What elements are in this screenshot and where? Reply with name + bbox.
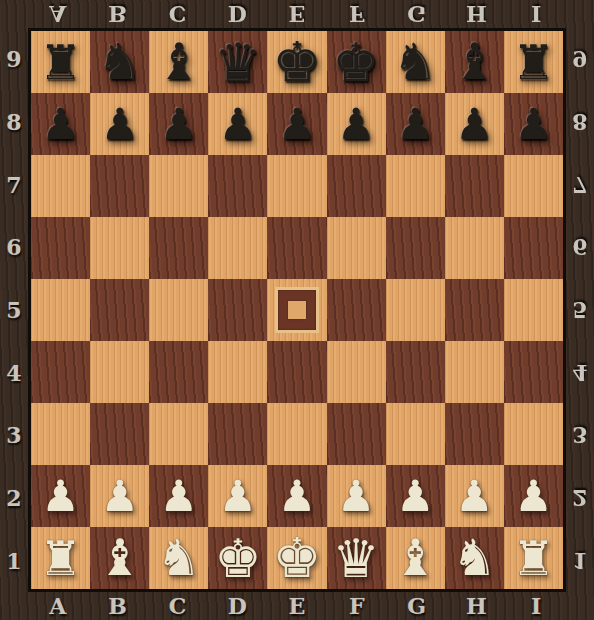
rank-label-right-3: 3 — [572, 424, 587, 446]
square-c3[interactable] — [149, 403, 208, 465]
rank-label-right-5: 5 — [572, 299, 587, 321]
file-label-top-i: I — [531, 3, 541, 25]
file-label-bottom-f: F — [349, 595, 365, 617]
square-i2[interactable]: ♟ — [504, 465, 563, 527]
black-knight-g9[interactable]: ♞ — [393, 37, 438, 87]
square-e4[interactable] — [267, 341, 326, 403]
black-pawn-i8[interactable]: ♟ — [514, 103, 553, 146]
rank-label-right-9: 9 — [572, 48, 587, 70]
file-label-top-c: C — [169, 3, 187, 25]
black-rook-i9[interactable]: ♜ — [512, 38, 555, 86]
black-queen-d9[interactable]: ♛ — [214, 36, 262, 89]
white-knight-c1[interactable]: ♞ — [156, 533, 201, 583]
square-e7[interactable] — [267, 155, 326, 217]
file-label-bottom-a: A — [49, 595, 66, 617]
black-king-e9[interactable]: ♚ — [272, 35, 321, 90]
white-king-e1[interactable]: ♚ — [272, 531, 321, 586]
square-a6[interactable] — [31, 217, 90, 279]
square-d7[interactable] — [208, 155, 267, 217]
white-pawn-h2[interactable]: ♟ — [455, 475, 494, 518]
square-a1[interactable]: ♜ — [31, 527, 90, 589]
square-d4[interactable] — [208, 341, 267, 403]
rank-label-right-2: 2 — [572, 487, 587, 509]
rank-label-left-6: 6 — [6, 236, 21, 258]
white-pawn-b2[interactable]: ♟ — [100, 475, 139, 518]
square-e1[interactable]: ♚ — [267, 527, 326, 589]
black-pawn-b8[interactable]: ♟ — [100, 103, 139, 146]
square-a8[interactable]: ♟ — [31, 93, 90, 155]
white-pawn-g2[interactable]: ♟ — [396, 475, 435, 518]
rank-label-left-7: 7 — [6, 174, 21, 196]
file-label-bottom-d: D — [228, 595, 247, 617]
square-a3[interactable] — [31, 403, 90, 465]
black-pawn-d8[interactable]: ♟ — [219, 103, 258, 146]
black-pawn-f8[interactable]: ♟ — [337, 103, 376, 146]
square-a2[interactable]: ♟ — [31, 465, 90, 527]
square-h7[interactable] — [445, 155, 504, 217]
black-knight-b9[interactable]: ♞ — [97, 37, 142, 87]
square-i4[interactable] — [504, 341, 563, 403]
square-g9[interactable]: ♞ — [386, 31, 445, 93]
square-i9[interactable]: ♜ — [504, 31, 563, 93]
square-h2[interactable]: ♟ — [445, 465, 504, 527]
file-label-bottom-h: H — [466, 595, 487, 617]
square-a4[interactable] — [31, 341, 90, 403]
square-b4[interactable] — [90, 341, 149, 403]
square-d8[interactable]: ♟ — [208, 93, 267, 155]
square-h8[interactable]: ♟ — [445, 93, 504, 155]
file-label-top-h: H — [466, 3, 487, 25]
top-file-labels: ABCDEFGHI — [28, 0, 566, 28]
square-a7[interactable] — [31, 155, 90, 217]
square-b3[interactable] — [90, 403, 149, 465]
rank-label-left-9: 9 — [6, 48, 21, 70]
square-f8[interactable]: ♟ — [327, 93, 386, 155]
rank-label-right-7: 7 — [572, 174, 587, 196]
square-i1[interactable]: ♜ — [504, 527, 563, 589]
square-d3[interactable] — [208, 403, 267, 465]
file-label-top-d: D — [228, 3, 247, 25]
square-f1[interactable]: ♛ — [327, 527, 386, 589]
square-g7[interactable] — [386, 155, 445, 217]
rank-label-right-8: 8 — [572, 111, 587, 133]
square-c5[interactable] — [149, 279, 208, 341]
square-b5[interactable] — [90, 279, 149, 341]
square-e3[interactable] — [267, 403, 326, 465]
square-d1[interactable]: ♚ — [208, 527, 267, 589]
square-f2[interactable]: ♟ — [327, 465, 386, 527]
white-pawn-c2[interactable]: ♟ — [159, 475, 198, 518]
square-e5[interactable] — [267, 279, 326, 341]
square-g1[interactable]: ♝ — [386, 527, 445, 589]
white-pawn-i2[interactable]: ♟ — [514, 475, 553, 518]
square-f4[interactable] — [327, 341, 386, 403]
square-e6[interactable] — [267, 217, 326, 279]
square-f9[interactable]: ♚ — [327, 31, 386, 93]
black-bishop-h9[interactable]: ♝ — [452, 37, 497, 87]
white-rook-i1[interactable]: ♜ — [512, 534, 555, 582]
file-label-top-g: G — [407, 3, 426, 25]
file-label-top-b: B — [108, 3, 127, 25]
square-c8[interactable]: ♟ — [149, 93, 208, 155]
square-h5[interactable] — [445, 279, 504, 341]
rank-label-right-1: 1 — [572, 550, 587, 572]
left-rank-labels: 987654321 — [0, 28, 28, 592]
rank-label-right-4: 4 — [572, 362, 587, 384]
square-h1[interactable]: ♞ — [445, 527, 504, 589]
square-i3[interactable] — [504, 403, 563, 465]
black-prince-f9[interactable]: ♚ — [332, 36, 380, 89]
square-a9[interactable]: ♜ — [31, 31, 90, 93]
white-pawn-d2[interactable]: ♟ — [219, 475, 258, 518]
white-prince-d1[interactable]: ♚ — [214, 532, 262, 585]
black-pawn-h8[interactable]: ♟ — [455, 103, 494, 146]
square-c1[interactable]: ♞ — [149, 527, 208, 589]
square-f3[interactable] — [327, 403, 386, 465]
file-label-bottom-b: B — [108, 595, 127, 617]
white-bishop-g1[interactable]: ♝ — [393, 533, 438, 583]
square-i8[interactable]: ♟ — [504, 93, 563, 155]
square-e8[interactable]: ♟ — [267, 93, 326, 155]
square-h9[interactable]: ♝ — [445, 31, 504, 93]
rank-label-left-8: 8 — [6, 111, 21, 133]
board: ♜♞♝♛♚♚♞♝♜♟♟♟♟♟♟♟♟♟♟♟♟♟♟♟♟♟♟♜♝♞♚♚♛♝♞♜ — [28, 28, 566, 592]
square-g2[interactable]: ♟ — [386, 465, 445, 527]
bottom-file-labels: ABCDEFGHI — [28, 592, 566, 620]
square-f5[interactable] — [327, 279, 386, 341]
square-e2[interactable]: ♟ — [267, 465, 326, 527]
rank-label-left-4: 4 — [6, 362, 21, 384]
square-e9[interactable]: ♚ — [267, 31, 326, 93]
black-pawn-e8[interactable]: ♟ — [278, 103, 317, 146]
square-h3[interactable] — [445, 403, 504, 465]
rank-label-right-6: 6 — [572, 236, 587, 258]
square-c4[interactable] — [149, 341, 208, 403]
square-b1[interactable]: ♝ — [90, 527, 149, 589]
square-b6[interactable] — [90, 217, 149, 279]
square-b9[interactable]: ♞ — [90, 31, 149, 93]
file-label-bottom-g: G — [407, 595, 426, 617]
square-a5[interactable] — [31, 279, 90, 341]
square-d6[interactable] — [208, 217, 267, 279]
square-b8[interactable]: ♟ — [90, 93, 149, 155]
square-c6[interactable] — [149, 217, 208, 279]
file-label-bottom-i: I — [531, 595, 541, 617]
square-i6[interactable] — [504, 217, 563, 279]
black-bishop-c9[interactable]: ♝ — [156, 37, 201, 87]
rank-label-left-1: 1 — [6, 550, 21, 572]
black-pawn-a8[interactable]: ♟ — [41, 103, 80, 146]
square-g5[interactable] — [386, 279, 445, 341]
white-pawn-a2[interactable]: ♟ — [41, 475, 80, 518]
rank-label-left-5: 5 — [6, 299, 21, 321]
square-g6[interactable] — [386, 217, 445, 279]
white-bishop-b1[interactable]: ♝ — [97, 533, 142, 583]
file-label-top-a: A — [49, 3, 66, 25]
rank-label-left-3: 3 — [6, 424, 21, 446]
square-h6[interactable] — [445, 217, 504, 279]
square-g8[interactable]: ♟ — [386, 93, 445, 155]
square-g4[interactable] — [386, 341, 445, 403]
square-c7[interactable] — [149, 155, 208, 217]
file-label-top-f: F — [349, 3, 365, 25]
square-b7[interactable] — [90, 155, 149, 217]
square-i5[interactable] — [504, 279, 563, 341]
chessboard-frame: ABCDEFGHI 987654321 987654321 ABCDEFGHI … — [0, 0, 594, 620]
white-rook-a1[interactable]: ♜ — [39, 534, 82, 582]
white-pawn-f2[interactable]: ♟ — [337, 475, 376, 518]
right-rank-labels: 987654321 — [566, 28, 594, 592]
white-knight-h1[interactable]: ♞ — [452, 533, 497, 583]
rank-label-left-2: 2 — [6, 487, 21, 509]
square-i7[interactable] — [504, 155, 563, 217]
square-f7[interactable] — [327, 155, 386, 217]
square-f6[interactable] — [327, 217, 386, 279]
black-rook-a9[interactable]: ♜ — [39, 38, 82, 86]
black-pawn-c8[interactable]: ♟ — [159, 103, 198, 146]
square-h4[interactable] — [445, 341, 504, 403]
square-g3[interactable] — [386, 403, 445, 465]
square-c2[interactable]: ♟ — [149, 465, 208, 527]
file-label-bottom-c: C — [169, 595, 187, 617]
file-label-top-e: E — [289, 3, 306, 25]
file-label-bottom-e: E — [289, 595, 306, 617]
square-d5[interactable] — [208, 279, 267, 341]
square-d2[interactable]: ♟ — [208, 465, 267, 527]
white-queen-f1[interactable]: ♛ — [332, 532, 380, 585]
square-c9[interactable]: ♝ — [149, 31, 208, 93]
square-d9[interactable]: ♛ — [208, 31, 267, 93]
square-b2[interactable]: ♟ — [90, 465, 149, 527]
black-pawn-g8[interactable]: ♟ — [396, 103, 435, 146]
white-pawn-e2[interactable]: ♟ — [278, 475, 317, 518]
